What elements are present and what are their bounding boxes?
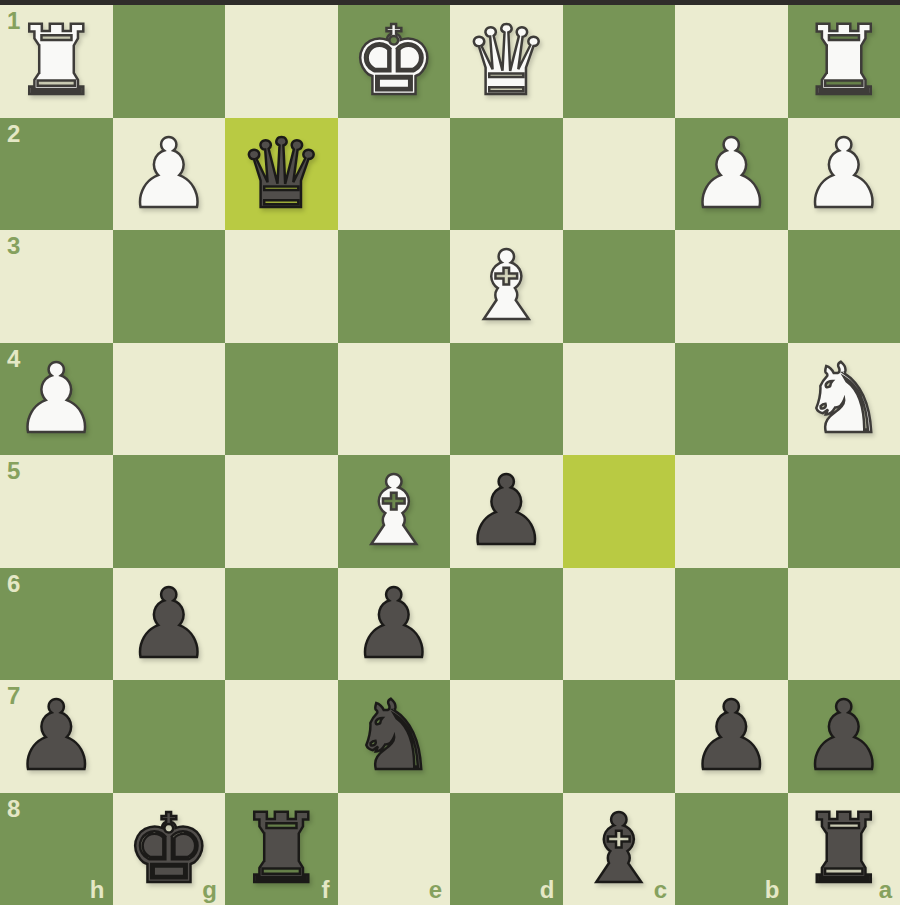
- white-pawn[interactable]: ♟: [126, 118, 212, 231]
- square-g1[interactable]: [113, 5, 226, 118]
- square-h7[interactable]: 7♟: [0, 680, 113, 793]
- square-g8[interactable]: g♚: [113, 793, 226, 905]
- square-b8[interactable]: b: [675, 793, 788, 905]
- black-knight[interactable]: ♞: [351, 680, 437, 793]
- square-g5[interactable]: [113, 455, 226, 568]
- square-h1[interactable]: 1♜: [0, 5, 113, 118]
- black-king[interactable]: ♚: [126, 793, 212, 905]
- square-h3[interactable]: 3: [0, 230, 113, 343]
- square-e8[interactable]: e: [338, 793, 451, 905]
- square-h2[interactable]: 2: [0, 118, 113, 231]
- square-g3[interactable]: [113, 230, 226, 343]
- chess-board: 1♜♚♛♜2♟♛♟♟3♝4♟♞5♝♟6♟♟7♟♞♟♟8hg♚f♜edc♝ba♜: [0, 5, 900, 905]
- black-pawn[interactable]: ♟: [801, 680, 887, 793]
- white-king[interactable]: ♚: [351, 5, 437, 118]
- square-g7[interactable]: [113, 680, 226, 793]
- square-a3[interactable]: [788, 230, 900, 343]
- file-label-d: d: [540, 878, 555, 902]
- square-e1[interactable]: ♚: [338, 5, 451, 118]
- square-d5[interactable]: ♟: [450, 455, 563, 568]
- rank-label-2: 2: [7, 122, 20, 146]
- square-c4[interactable]: [563, 343, 676, 456]
- square-f4[interactable]: [225, 343, 338, 456]
- square-h4[interactable]: 4♟: [0, 343, 113, 456]
- black-rook[interactable]: ♜: [238, 793, 324, 905]
- square-c7[interactable]: [563, 680, 676, 793]
- square-d2[interactable]: [450, 118, 563, 231]
- square-g6[interactable]: ♟: [113, 568, 226, 681]
- square-d1[interactable]: ♛: [450, 5, 563, 118]
- rank-label-5: 5: [7, 459, 20, 483]
- square-f6[interactable]: [225, 568, 338, 681]
- square-h6[interactable]: 6: [0, 568, 113, 681]
- square-f5[interactable]: [225, 455, 338, 568]
- square-a6[interactable]: [788, 568, 900, 681]
- square-c2[interactable]: [563, 118, 676, 231]
- square-f1[interactable]: [225, 5, 338, 118]
- square-d6[interactable]: [450, 568, 563, 681]
- black-queen[interactable]: ♛: [238, 118, 324, 231]
- square-g4[interactable]: [113, 343, 226, 456]
- rank-label-3: 3: [7, 234, 20, 258]
- square-b3[interactable]: [675, 230, 788, 343]
- square-d7[interactable]: [450, 680, 563, 793]
- square-a7[interactable]: ♟: [788, 680, 900, 793]
- square-d3[interactable]: ♝: [450, 230, 563, 343]
- square-e7[interactable]: ♞: [338, 680, 451, 793]
- square-h5[interactable]: 5: [0, 455, 113, 568]
- white-rook[interactable]: ♜: [801, 5, 887, 118]
- square-c3[interactable]: [563, 230, 676, 343]
- square-a1[interactable]: ♜: [788, 5, 900, 118]
- rank-label-8: 8: [7, 797, 20, 821]
- white-rook[interactable]: ♜: [13, 5, 99, 118]
- square-c1[interactable]: [563, 5, 676, 118]
- white-knight[interactable]: ♞: [801, 343, 887, 456]
- square-f2[interactable]: ♛: [225, 118, 338, 231]
- square-b1[interactable]: [675, 5, 788, 118]
- black-rook[interactable]: ♜: [801, 793, 887, 905]
- black-pawn[interactable]: ♟: [351, 568, 437, 681]
- square-f3[interactable]: [225, 230, 338, 343]
- square-a5[interactable]: [788, 455, 900, 568]
- white-pawn[interactable]: ♟: [801, 118, 887, 231]
- white-pawn[interactable]: ♟: [13, 343, 99, 456]
- square-e4[interactable]: [338, 343, 451, 456]
- file-label-h: h: [90, 878, 105, 902]
- square-f7[interactable]: [225, 680, 338, 793]
- square-c5[interactable]: [563, 455, 676, 568]
- square-h8[interactable]: 8h: [0, 793, 113, 905]
- square-b6[interactable]: [675, 568, 788, 681]
- square-f8[interactable]: f♜: [225, 793, 338, 905]
- square-a4[interactable]: ♞: [788, 343, 900, 456]
- square-d8[interactable]: d: [450, 793, 563, 905]
- file-label-e: e: [429, 878, 442, 902]
- square-e6[interactable]: ♟: [338, 568, 451, 681]
- black-bishop[interactable]: ♝: [576, 793, 662, 905]
- white-bishop[interactable]: ♝: [351, 455, 437, 568]
- rank-label-6: 6: [7, 572, 20, 596]
- square-g2[interactable]: ♟: [113, 118, 226, 231]
- black-pawn[interactable]: ♟: [688, 680, 774, 793]
- square-e2[interactable]: [338, 118, 451, 231]
- square-b5[interactable]: [675, 455, 788, 568]
- black-pawn[interactable]: ♟: [13, 680, 99, 793]
- black-pawn[interactable]: ♟: [126, 568, 212, 681]
- square-b2[interactable]: ♟: [675, 118, 788, 231]
- square-e3[interactable]: [338, 230, 451, 343]
- square-b4[interactable]: [675, 343, 788, 456]
- square-a8[interactable]: a♜: [788, 793, 900, 905]
- square-a2[interactable]: ♟: [788, 118, 900, 231]
- square-c8[interactable]: c♝: [563, 793, 676, 905]
- black-pawn[interactable]: ♟: [463, 455, 549, 568]
- white-bishop[interactable]: ♝: [463, 230, 549, 343]
- square-c6[interactable]: [563, 568, 676, 681]
- white-queen[interactable]: ♛: [463, 5, 549, 118]
- square-e5[interactable]: ♝: [338, 455, 451, 568]
- square-d4[interactable]: [450, 343, 563, 456]
- square-b7[interactable]: ♟: [675, 680, 788, 793]
- white-pawn[interactable]: ♟: [688, 118, 774, 231]
- file-label-b: b: [765, 878, 780, 902]
